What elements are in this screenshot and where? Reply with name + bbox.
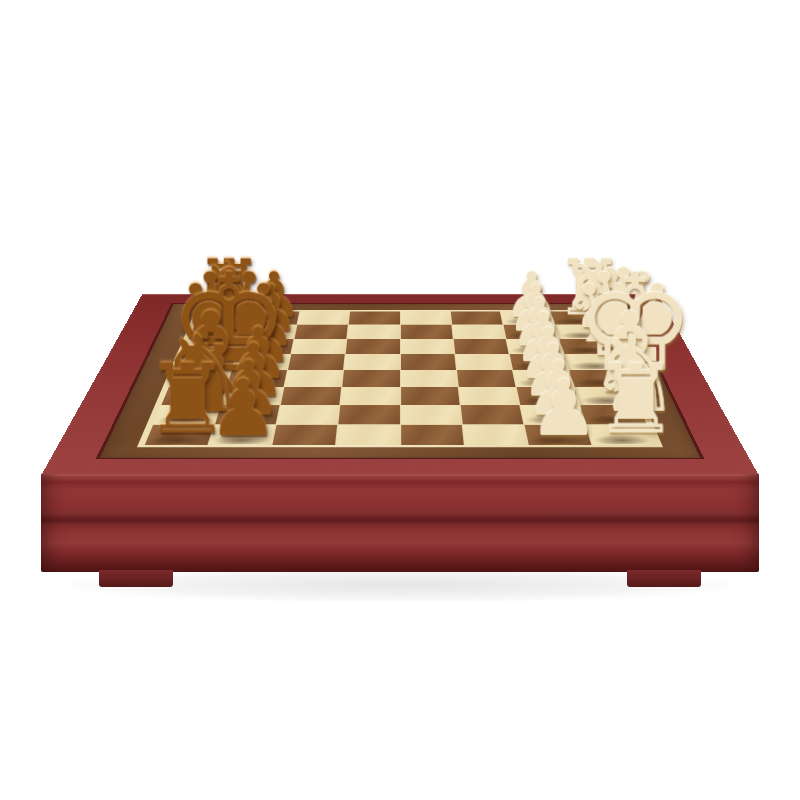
square-c6[interactable]	[292, 339, 347, 354]
board-foot-left	[99, 570, 173, 587]
board-foot-right	[627, 570, 701, 587]
maple-pinstripe-border: ♜♟♟♜♞♟♟♞♝♟♟♝♛♟♟♛♚♟♟♚♝♟♟♝♞♟♟♞♜♟♟♜	[137, 310, 663, 447]
square-b6[interactable]	[295, 325, 348, 339]
square-h6[interactable]	[273, 425, 338, 445]
square-f3[interactable]	[458, 387, 519, 405]
square-a4[interactable]	[400, 311, 450, 324]
square-e3[interactable]	[457, 370, 516, 387]
walnut-border-band: ♜♟♟♜♞♟♟♞♝♟♟♝♛♟♟♛♚♟♟♚♝♟♟♝♞♟♟♞♜♟♟♜	[100, 304, 701, 458]
square-f4[interactable]	[401, 387, 460, 405]
chess-set-photo: ♜♟♟♜♞♟♟♞♝♟♟♝♛♟♟♛♚♟♟♚♝♟♟♝♞♟♟♞♜♟♟♜	[0, 0, 800, 800]
square-h1[interactable]: ♜	[586, 425, 655, 445]
square-b3[interactable]	[452, 325, 505, 339]
square-f6[interactable]	[281, 387, 342, 405]
square-g6[interactable]	[277, 405, 340, 424]
square-c5[interactable]	[346, 339, 399, 354]
square-a5[interactable]	[349, 311, 399, 324]
square-h5[interactable]	[337, 425, 400, 445]
chessboard: ♜♟♟♜♞♟♟♞♝♟♟♝♛♟♟♛♚♟♟♚♝♟♟♝♞♟♟♞♜♟♟♜	[145, 311, 655, 444]
square-h8[interactable]: ♜	[145, 425, 214, 445]
square-g5[interactable]	[339, 405, 400, 424]
black-rook[interactable]: ♜	[144, 355, 207, 446]
square-e6[interactable]	[285, 370, 344, 387]
square-e4[interactable]	[401, 370, 458, 387]
square-h2[interactable]: ♟	[524, 425, 591, 445]
square-a6[interactable]	[298, 311, 350, 324]
board-frame-front	[41, 474, 759, 572]
square-c4[interactable]	[400, 339, 453, 354]
square-d5[interactable]	[344, 354, 399, 370]
square-d3[interactable]	[455, 354, 512, 370]
white-rook[interactable]: ♜	[593, 355, 656, 446]
board-box-top: ♜♟♟♜♞♟♟♞♝♟♟♝♛♟♟♛♚♟♟♚♝♟♟♝♞♟♟♞♜♟♟♜	[41, 294, 759, 475]
square-g3[interactable]	[460, 405, 523, 424]
square-d4[interactable]	[400, 354, 455, 370]
square-b5[interactable]	[348, 325, 400, 339]
square-h4[interactable]	[401, 425, 464, 445]
square-g4[interactable]	[401, 405, 462, 424]
square-f5[interactable]	[341, 387, 400, 405]
square-c3[interactable]	[453, 339, 508, 354]
square-b4[interactable]	[400, 325, 452, 339]
square-h3[interactable]	[462, 425, 527, 445]
square-d6[interactable]	[288, 354, 345, 370]
white-pawn[interactable]: ♟	[529, 372, 592, 446]
square-e5[interactable]	[343, 370, 400, 387]
square-a3[interactable]	[450, 311, 502, 324]
